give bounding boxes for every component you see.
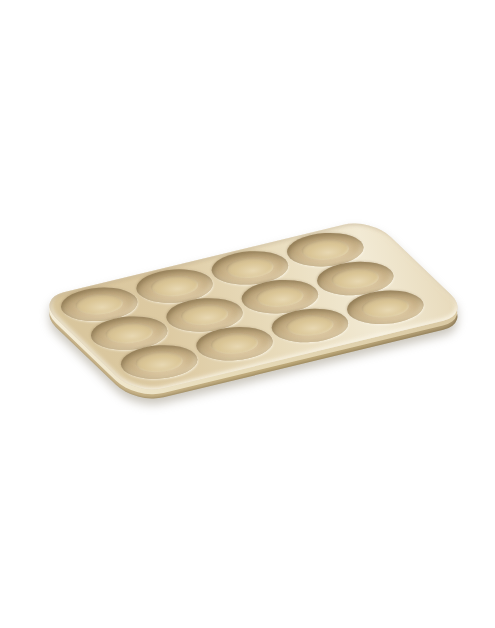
muffin-pan (36, 218, 471, 395)
pan-shadow-wrapper (0, 0, 495, 628)
photo-canvas (0, 0, 495, 628)
